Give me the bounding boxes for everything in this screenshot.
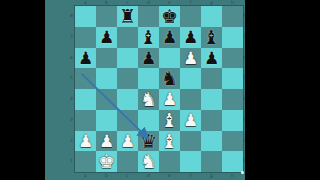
coord-label: 8 (242, 6, 247, 27)
square-h2[interactable] (222, 131, 243, 152)
square-h1[interactable] (222, 151, 243, 172)
coord-label: 8 (69, 6, 74, 27)
square-f6[interactable]: ♟ (180, 48, 201, 69)
square-a1[interactable] (75, 151, 96, 172)
square-a7[interactable] (75, 27, 96, 48)
black-rook: ♜ (117, 6, 138, 27)
square-f2[interactable] (180, 131, 201, 152)
white-bishop: ♝ (159, 131, 180, 152)
coord-label: 4 (242, 89, 247, 110)
square-e8[interactable]: ♚ (159, 6, 180, 27)
square-a6[interactable]: ♟ (75, 48, 96, 69)
white-pawn: ♟ (180, 48, 201, 69)
black-knight: ♞ (159, 68, 180, 89)
coord-label: 6 (69, 48, 74, 69)
coord-label: b (96, 0, 117, 5)
coord-label: 5 (242, 68, 247, 89)
square-d1[interactable]: ♞ (138, 151, 159, 172)
coord-label: f (180, 0, 201, 5)
square-h5[interactable] (222, 68, 243, 89)
coord-label: c (117, 0, 138, 5)
corner-dot-icon (241, 171, 244, 174)
square-c5[interactable] (117, 68, 138, 89)
coord-label: d (138, 0, 159, 5)
square-d4[interactable]: ♞ (138, 89, 159, 110)
square-h8[interactable] (222, 6, 243, 27)
left-black-bar (0, 0, 45, 180)
square-f4[interactable] (180, 89, 201, 110)
square-d5[interactable] (138, 68, 159, 89)
coord-label: 3 (69, 110, 74, 131)
square-d7[interactable]: ♝ (138, 27, 159, 48)
coord-label: d (138, 173, 159, 178)
square-b8[interactable] (96, 6, 117, 27)
square-g5[interactable] (201, 68, 222, 89)
white-bishop: ♝ (159, 110, 180, 131)
square-g6[interactable]: ♟ (201, 48, 222, 69)
square-a8[interactable] (75, 6, 96, 27)
square-e1[interactable] (159, 151, 180, 172)
square-d3[interactable] (138, 110, 159, 131)
square-e6[interactable] (159, 48, 180, 69)
coord-label: g (201, 0, 222, 5)
square-b2[interactable]: ♟ (96, 131, 117, 152)
square-c1[interactable] (117, 151, 138, 172)
square-g7[interactable]: ♝ (201, 27, 222, 48)
square-h6[interactable] (222, 48, 243, 69)
coord-label: e (159, 0, 180, 5)
coord-label: 1 (69, 151, 74, 172)
square-c4[interactable] (117, 89, 138, 110)
black-queen: ♛ (138, 131, 159, 152)
square-f3[interactable]: ♟ (180, 110, 201, 131)
coord-label: 3 (242, 110, 247, 131)
square-a5[interactable] (75, 68, 96, 89)
white-pawn: ♟ (180, 110, 201, 131)
square-e2[interactable]: ♝ (159, 131, 180, 152)
square-d8[interactable] (138, 6, 159, 27)
coord-label: 2 (242, 131, 247, 152)
square-c8[interactable]: ♜ (117, 6, 138, 27)
file-labels-bottom: abcdefgh (75, 173, 243, 178)
black-pawn: ♟ (138, 48, 159, 69)
square-b3[interactable] (96, 110, 117, 131)
white-pawn: ♟ (75, 131, 96, 152)
white-knight: ♞ (138, 89, 159, 110)
black-pawn: ♟ (75, 48, 96, 69)
black-bishop: ♝ (201, 27, 222, 48)
square-e7[interactable]: ♟ (159, 27, 180, 48)
coord-label: 4 (69, 89, 74, 110)
square-g1[interactable] (201, 151, 222, 172)
square-g2[interactable] (201, 131, 222, 152)
coord-label: b (96, 173, 117, 178)
square-e5[interactable]: ♞ (159, 68, 180, 89)
square-c2[interactable]: ♟ (117, 131, 138, 152)
square-b4[interactable] (96, 89, 117, 110)
coord-label: a (75, 173, 96, 178)
square-d6[interactable]: ♟ (138, 48, 159, 69)
coord-label: e (159, 173, 180, 178)
rank-labels-right: 87654321 (242, 6, 247, 172)
square-b6[interactable] (96, 48, 117, 69)
white-pawn: ♟ (159, 89, 180, 110)
square-b1[interactable]: ♚ (96, 151, 117, 172)
square-e4[interactable]: ♟ (159, 89, 180, 110)
coord-label: f (180, 173, 201, 178)
square-h7[interactable] (222, 27, 243, 48)
square-f8[interactable] (180, 6, 201, 27)
black-pawn: ♟ (201, 48, 222, 69)
square-f5[interactable] (180, 68, 201, 89)
right-black-bar (245, 0, 320, 180)
black-pawn: ♟ (180, 27, 201, 48)
white-pawn: ♟ (96, 131, 117, 152)
coord-label: h (222, 0, 243, 5)
square-e3[interactable]: ♝ (159, 110, 180, 131)
white-king: ♚ (96, 151, 117, 172)
black-pawn: ♟ (159, 27, 180, 48)
square-c6[interactable] (117, 48, 138, 69)
square-g4[interactable] (201, 89, 222, 110)
coord-label: c (117, 173, 138, 178)
rank-labels-left: 87654321 (69, 6, 74, 172)
square-a2[interactable]: ♟ (75, 131, 96, 152)
square-g3[interactable] (201, 110, 222, 131)
square-g8[interactable] (201, 6, 222, 27)
coord-label: 1 (242, 151, 247, 172)
coord-label: 5 (69, 68, 74, 89)
square-h4[interactable] (222, 89, 243, 110)
square-a3[interactable] (75, 110, 96, 131)
square-b7[interactable]: ♟ (96, 27, 117, 48)
file-labels-top: abcdefgh (75, 0, 243, 5)
square-d2[interactable]: ♛ (138, 131, 159, 152)
square-c3[interactable] (117, 110, 138, 131)
square-c7[interactable] (117, 27, 138, 48)
coord-label: 2 (69, 131, 74, 152)
black-bishop: ♝ (138, 27, 159, 48)
thumbnail-stage: abcdefgh abcdefgh 87654321 87654321 ♜♚♟♝… (0, 0, 320, 180)
board-panel: abcdefgh abcdefgh 87654321 87654321 ♜♚♟♝… (45, 0, 245, 180)
coord-label: 7 (242, 27, 247, 48)
white-pawn: ♟ (117, 131, 138, 152)
black-king: ♚ (159, 6, 180, 27)
white-knight: ♞ (138, 151, 159, 172)
square-a4[interactable] (75, 89, 96, 110)
square-f7[interactable]: ♟ (180, 27, 201, 48)
coord-label: a (75, 0, 96, 5)
square-h3[interactable] (222, 110, 243, 131)
coord-label: h (222, 173, 243, 178)
square-f1[interactable] (180, 151, 201, 172)
black-pawn: ♟ (96, 27, 117, 48)
coord-label: 7 (69, 27, 74, 48)
coord-label: g (201, 173, 222, 178)
chess-board: ♜♚♟♝♟♟♝♟♟♟♟♞♞♟♝♟♟♟♟♛♝♚♞ (75, 6, 243, 172)
coord-label: 6 (242, 48, 247, 69)
square-b5[interactable] (96, 68, 117, 89)
